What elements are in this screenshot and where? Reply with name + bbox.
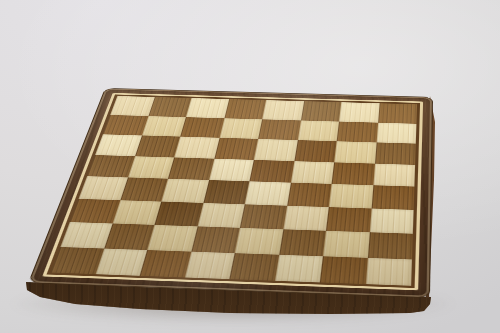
square-b6 xyxy=(135,135,181,157)
square-b5 xyxy=(127,156,174,179)
square-e7 xyxy=(258,119,300,140)
square-g5 xyxy=(332,162,375,185)
square-f3 xyxy=(283,205,329,230)
square-d5 xyxy=(209,158,254,181)
square-e4 xyxy=(245,181,291,205)
square-b7 xyxy=(141,116,185,137)
square-d7 xyxy=(219,118,262,139)
square-g3 xyxy=(326,207,371,232)
square-c3 xyxy=(154,201,202,226)
square-e3 xyxy=(240,204,287,229)
square-h2 xyxy=(367,232,412,259)
square-e1 xyxy=(229,253,278,281)
square-c8 xyxy=(186,98,229,118)
square-h4 xyxy=(371,185,414,209)
square-d8 xyxy=(224,99,266,119)
square-g6 xyxy=(334,141,376,163)
square-b1 xyxy=(95,248,147,276)
square-h6 xyxy=(375,142,416,164)
square-h8 xyxy=(378,103,417,123)
square-g4 xyxy=(329,184,373,208)
square-b2 xyxy=(104,223,155,249)
square-b4 xyxy=(120,177,168,201)
square-h3 xyxy=(369,208,413,234)
photo-backdrop xyxy=(0,0,500,333)
square-g2 xyxy=(323,231,369,258)
square-f7 xyxy=(297,120,339,141)
square-d1 xyxy=(184,251,234,279)
square-c5 xyxy=(168,157,214,180)
square-g1 xyxy=(320,256,368,284)
square-c7 xyxy=(180,117,224,138)
square-c1 xyxy=(140,250,191,278)
square-g7 xyxy=(337,121,378,142)
square-f6 xyxy=(294,140,337,162)
square-d2 xyxy=(191,226,240,252)
square-f8 xyxy=(301,101,342,121)
square-h5 xyxy=(373,163,415,186)
square-b8 xyxy=(148,97,191,117)
square-b3 xyxy=(112,200,161,225)
square-f4 xyxy=(287,183,332,207)
square-e2 xyxy=(235,228,283,255)
playing-field xyxy=(51,96,417,286)
square-d4 xyxy=(203,180,249,204)
square-e5 xyxy=(249,160,294,183)
square-g8 xyxy=(339,102,379,122)
square-d6 xyxy=(214,138,258,160)
square-f1 xyxy=(274,254,322,282)
square-f5 xyxy=(290,161,334,184)
square-h7 xyxy=(376,122,416,143)
square-c6 xyxy=(174,137,219,159)
square-c4 xyxy=(161,179,208,203)
square-e8 xyxy=(262,100,303,120)
square-f2 xyxy=(279,229,326,256)
square-d3 xyxy=(197,203,245,228)
square-c2 xyxy=(147,225,197,251)
square-e6 xyxy=(254,139,297,161)
square-h1 xyxy=(365,258,412,286)
